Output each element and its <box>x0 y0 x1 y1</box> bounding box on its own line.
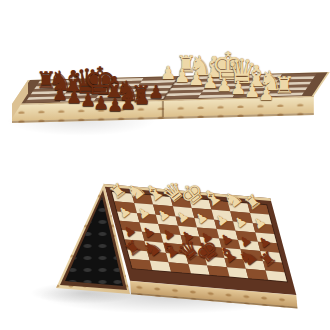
piece-dark-rook: ♜ <box>122 237 144 260</box>
piece-dark-pawn: ♟ <box>134 89 150 107</box>
piece-dark-rook: ♜ <box>131 83 152 106</box>
piece-dark-pawn: ♟ <box>107 96 123 114</box>
piece-light-knight: ♞ <box>123 178 149 205</box>
piece-light-knight: ♞ <box>188 52 212 79</box>
piece-dark-pawn: ♟ <box>140 223 157 240</box>
piece-light-pawn: ♟ <box>231 213 248 230</box>
piece-light-rook: ♜ <box>176 53 197 76</box>
piece-light-pawn: ♟ <box>193 209 210 226</box>
piece-dark-pawn: ♟ <box>236 232 253 249</box>
piece-dark-queen: ♛ <box>173 234 205 266</box>
piece-light-pawn: ♟ <box>258 85 274 103</box>
piece-light-rook: ♜ <box>274 74 295 97</box>
piece-dark-knight: ♞ <box>138 235 164 262</box>
piece-dark-bishop: ♝ <box>214 241 242 269</box>
piece-dark-pawn: ♟ <box>121 222 138 239</box>
piece-light-pawn: ♟ <box>154 206 171 223</box>
piece-dark-king: ♚ <box>190 234 224 269</box>
open-pieces-layer: ♜♞♟♝♟♚♟♛♟♝♜♞♟♞♝♟♜♛♚♟♟♝♟♟♞♜♟♟♟♟♟♟ <box>0 0 330 160</box>
piece-dark-bishop: ♝ <box>156 236 184 264</box>
piece-light-king: ♚ <box>175 176 209 211</box>
piece-dark-rook: ♜ <box>257 248 279 271</box>
piece-dark-pawn: ♟ <box>159 225 176 242</box>
piece-light-pawn: ♟ <box>212 211 229 228</box>
product-photo-chess-set: { "game": "chess", "product": { "descrip… <box>0 0 330 330</box>
piece-dark-pawn: ♟ <box>256 233 273 250</box>
piece-dark-knight: ♞ <box>48 67 72 94</box>
piece-light-pawn: ♟ <box>188 70 204 88</box>
piece-dark-pawn: ♟ <box>66 88 82 106</box>
open-chessboard-view: ♜♞♟♝♟♚♟♛♟♝♜♞♟♞♝♟♜♛♚♟♟♝♟♟♞♜♟♟♟♟♟♟ <box>0 0 330 160</box>
piece-dark-bishop: ♝ <box>101 73 127 102</box>
piece-light-king: ♚ <box>211 47 245 85</box>
piece-dark-pawn: ♟ <box>120 94 136 112</box>
piece-light-pawn: ♟ <box>202 73 218 91</box>
piece-light-bishop: ♝ <box>201 53 227 82</box>
piece-dark-rook: ♜ <box>36 69 57 92</box>
folded-pieces-layer: ♜♞♝♛♚♝♞♜♟♟♟♟♟♟♟♟♟♟♟♟♟♟♟♟♜♞♝♛♚♝♞♜ <box>0 160 330 330</box>
piece-dark-pawn: ♟ <box>80 91 96 109</box>
piece-light-rook: ♜ <box>106 179 128 202</box>
piece-light-rook: ♜ <box>242 191 264 214</box>
piece-light-queen: ♛ <box>158 177 190 209</box>
piece-light-bishop: ♝ <box>141 178 169 206</box>
piece-light-pawn: ♟ <box>173 208 190 225</box>
piece-dark-knight: ♞ <box>235 243 261 270</box>
piece-light-pawn: ♟ <box>216 76 232 94</box>
piece-light-pawn: ♟ <box>115 203 132 220</box>
piece-dark-pawn: ♟ <box>93 94 109 112</box>
piece-light-pawn: ♟ <box>135 204 152 221</box>
piece-dark-knight: ♞ <box>115 77 139 104</box>
piece-light-queen: ♛ <box>227 54 257 88</box>
piece-dark-bishop: ♝ <box>60 67 86 96</box>
piece-light-knight: ♞ <box>258 67 282 94</box>
piece-light-pawn: ♟ <box>160 64 176 82</box>
piece-light-bishop: ♝ <box>199 183 227 211</box>
piece-light-pawn: ♟ <box>244 82 260 100</box>
piece-dark-queen: ♛ <box>72 64 102 98</box>
piece-light-pawn: ♟ <box>230 79 246 97</box>
piece-light-knight: ♞ <box>219 186 245 213</box>
piece-dark-pawn: ♟ <box>148 83 164 101</box>
piece-dark-king: ♚ <box>83 62 117 100</box>
piece-light-bishop: ♝ <box>243 62 269 91</box>
piece-dark-pawn: ♟ <box>217 230 234 247</box>
folded-chessboard-view: ♜♞♝♛♚♝♞♜♟♟♟♟♟♟♟♟♟♟♟♟♟♟♟♟♜♞♝♛♚♝♞♜ <box>0 160 330 330</box>
piece-light-pawn: ♟ <box>251 214 268 231</box>
piece-dark-pawn: ♟ <box>52 85 68 103</box>
piece-dark-pawn: ♟ <box>178 227 195 244</box>
piece-light-pawn: ♟ <box>174 67 190 85</box>
piece-dark-pawn: ♟ <box>198 228 215 245</box>
